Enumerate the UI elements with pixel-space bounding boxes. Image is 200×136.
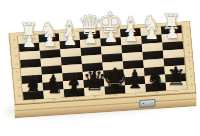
pieces-layer: ♜♞♝♛♚♝♞♜♟♟♟♟♟♟♟♟♟♟♟♟♟♟♟♟♜♞♝♛♚♝♞♜ — [0, 0, 200, 136]
chess-set-photo: a11b22c33d44e55f66g77h88 ♜♞♝♛♚♝♞♜♟♟♟♟♟♟♟… — [0, 0, 200, 136]
white-pawn[interactable]: ♟ — [159, 25, 185, 41]
black-rook[interactable]: ♜ — [163, 67, 189, 89]
